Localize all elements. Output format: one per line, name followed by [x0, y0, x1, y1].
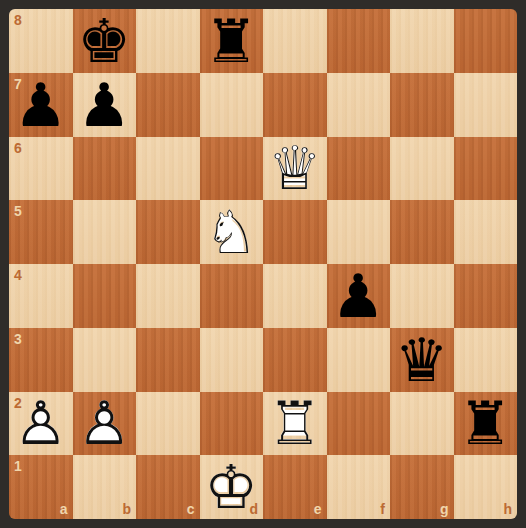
square-g5[interactable]	[390, 200, 454, 264]
square-d5[interactable]: ♞♘	[200, 200, 264, 264]
file-label-a: a	[60, 502, 68, 516]
white-queen-glyph: ♛	[263, 137, 327, 201]
square-f8[interactable]	[327, 9, 391, 73]
rank-label-8: 8	[14, 13, 22, 27]
square-c1[interactable]: c	[136, 455, 200, 519]
square-d1[interactable]: d♚♔	[200, 455, 264, 519]
white-king-outline-glyph: ♔	[200, 455, 264, 519]
square-a5[interactable]: 5	[9, 200, 73, 264]
black-pawn[interactable]: ♟♙	[9, 73, 73, 137]
black-pawn[interactable]: ♟♙	[73, 73, 137, 137]
square-d2[interactable]	[200, 392, 264, 456]
file-label-c: c	[187, 502, 195, 516]
black-rook-glyph: ♜	[454, 392, 518, 456]
white-king[interactable]: ♚♔	[200, 455, 264, 519]
square-c7[interactable]	[136, 73, 200, 137]
square-h7[interactable]	[454, 73, 518, 137]
square-d4[interactable]	[200, 264, 264, 328]
square-a8[interactable]: 8	[9, 9, 73, 73]
square-e4[interactable]	[263, 264, 327, 328]
square-g6[interactable]	[390, 137, 454, 201]
white-pawn-glyph: ♟	[73, 392, 137, 456]
chess-board[interactable]: 8♚♔♜♖7♟♙♟♙6♛♕5♞♘4♟♙3♛♕2♟♙♟♙♜♖♜♖1abcd♚♔ef…	[9, 9, 517, 519]
square-g1[interactable]: g	[390, 455, 454, 519]
square-a1[interactable]: 1a	[9, 455, 73, 519]
square-e7[interactable]	[263, 73, 327, 137]
square-f5[interactable]	[327, 200, 391, 264]
rank-label-6: 6	[14, 141, 22, 155]
rank-label-3: 3	[14, 332, 22, 346]
chess-app: 8♚♔♜♖7♟♙♟♙6♛♕5♞♘4♟♙3♛♕2♟♙♟♙♜♖♜♖1abcd♚♔ef…	[0, 0, 526, 528]
black-pawn-glyph: ♟	[327, 264, 391, 328]
square-b6[interactable]	[73, 137, 137, 201]
square-h6[interactable]	[454, 137, 518, 201]
square-h4[interactable]	[454, 264, 518, 328]
square-d3[interactable]	[200, 328, 264, 392]
black-pawn[interactable]: ♟♙	[327, 264, 391, 328]
square-a6[interactable]: 6	[9, 137, 73, 201]
square-d7[interactable]	[200, 73, 264, 137]
white-pawn[interactable]: ♟♙	[9, 392, 73, 456]
square-b2[interactable]: ♟♙	[73, 392, 137, 456]
white-rook-glyph: ♜	[263, 392, 327, 456]
file-label-e: e	[314, 502, 322, 516]
square-f4[interactable]: ♟♙	[327, 264, 391, 328]
square-d8[interactable]: ♜♖	[200, 9, 264, 73]
square-d6[interactable]	[200, 137, 264, 201]
square-a7[interactable]: 7♟♙	[9, 73, 73, 137]
square-h3[interactable]	[454, 328, 518, 392]
file-label-b: b	[122, 502, 131, 516]
black-rook[interactable]: ♜♖	[200, 9, 264, 73]
rank-label-4: 4	[14, 268, 22, 282]
square-c4[interactable]	[136, 264, 200, 328]
square-b7[interactable]: ♟♙	[73, 73, 137, 137]
white-king-glyph: ♚	[200, 455, 264, 519]
square-f3[interactable]	[327, 328, 391, 392]
square-c3[interactable]	[136, 328, 200, 392]
square-e5[interactable]	[263, 200, 327, 264]
square-g8[interactable]	[390, 9, 454, 73]
file-label-h: h	[503, 502, 512, 516]
square-h5[interactable]	[454, 200, 518, 264]
white-queen[interactable]: ♛♕	[263, 137, 327, 201]
square-h8[interactable]	[454, 9, 518, 73]
square-b3[interactable]	[73, 328, 137, 392]
board-frame: 8♚♔♜♖7♟♙♟♙6♛♕5♞♘4♟♙3♛♕2♟♙♟♙♜♖♜♖1abcd♚♔ef…	[0, 0, 526, 528]
black-king-glyph: ♚	[73, 9, 137, 73]
square-e8[interactable]	[263, 9, 327, 73]
square-f7[interactable]	[327, 73, 391, 137]
square-f6[interactable]	[327, 137, 391, 201]
white-pawn-outline-glyph: ♙	[73, 392, 137, 456]
square-a3[interactable]: 3	[9, 328, 73, 392]
white-pawn[interactable]: ♟♙	[73, 392, 137, 456]
rank-label-5: 5	[14, 204, 22, 218]
white-knight-glyph: ♞	[200, 200, 264, 264]
square-b4[interactable]	[73, 264, 137, 328]
square-f1[interactable]: f	[327, 455, 391, 519]
square-g2[interactable]	[390, 392, 454, 456]
white-rook[interactable]: ♜♖	[263, 392, 327, 456]
white-pawn-outline-glyph: ♙	[9, 392, 73, 456]
white-knight-outline-glyph: ♘	[200, 200, 264, 264]
square-h2[interactable]: ♜♖	[454, 392, 518, 456]
square-e2[interactable]: ♜♖	[263, 392, 327, 456]
black-king[interactable]: ♚♔	[73, 9, 137, 73]
white-knight[interactable]: ♞♘	[200, 200, 264, 264]
file-label-f: f	[380, 502, 385, 516]
square-c6[interactable]	[136, 137, 200, 201]
rank-label-1: 1	[14, 459, 22, 473]
square-f2[interactable]	[327, 392, 391, 456]
square-e1[interactable]: e	[263, 455, 327, 519]
square-c2[interactable]	[136, 392, 200, 456]
square-g7[interactable]	[390, 73, 454, 137]
square-e3[interactable]	[263, 328, 327, 392]
white-pawn-glyph: ♟	[9, 392, 73, 456]
square-a4[interactable]: 4	[9, 264, 73, 328]
square-c8[interactable]	[136, 9, 200, 73]
black-pawn-glyph: ♟	[73, 73, 137, 137]
square-g4[interactable]	[390, 264, 454, 328]
black-pawn-glyph: ♟	[9, 73, 73, 137]
square-b5[interactable]	[73, 200, 137, 264]
black-queen-glyph: ♛	[390, 328, 454, 392]
square-b8[interactable]: ♚♔	[73, 9, 137, 73]
square-h1[interactable]: h	[454, 455, 518, 519]
black-rook[interactable]: ♜♖	[454, 392, 518, 456]
square-c5[interactable]	[136, 200, 200, 264]
square-g3[interactable]: ♛♕	[390, 328, 454, 392]
black-rook-glyph: ♜	[200, 9, 264, 73]
square-b1[interactable]: b	[73, 455, 137, 519]
file-label-g: g	[440, 502, 449, 516]
white-rook-outline-glyph: ♖	[263, 392, 327, 456]
square-a2[interactable]: 2♟♙	[9, 392, 73, 456]
white-queen-outline-glyph: ♕	[263, 137, 327, 201]
black-queen[interactable]: ♛♕	[390, 328, 454, 392]
square-e6[interactable]: ♛♕	[263, 137, 327, 201]
